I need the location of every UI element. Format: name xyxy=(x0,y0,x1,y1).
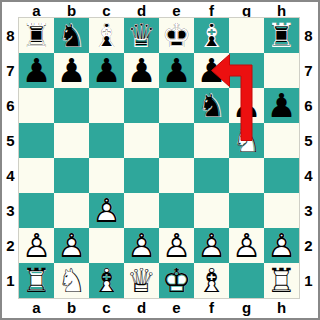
square-b8[interactable]: ♞♘ xyxy=(54,18,89,53)
square-a5[interactable] xyxy=(19,123,54,158)
piece-glyph-fill: ♜ xyxy=(19,18,54,53)
piece-glyph-outline: ♘ xyxy=(54,263,89,298)
piece-glyph-fill: ♜ xyxy=(264,18,299,53)
rank-labels-left: 87654321 xyxy=(2,18,19,298)
file-label-h: h xyxy=(264,299,299,318)
rank-label-3: 3 xyxy=(2,193,19,228)
rank-label-7: 7 xyxy=(2,53,19,88)
file-label-a: a xyxy=(19,299,54,318)
piece-white-king[interactable]: ♚♔ xyxy=(159,263,194,298)
square-h1[interactable]: ♜♖ xyxy=(264,263,299,298)
piece-white-knight[interactable]: ♞♘ xyxy=(54,263,89,298)
rank-label-8: 8 xyxy=(2,18,19,53)
piece-black-pawn[interactable]: ♟ xyxy=(229,88,264,123)
piece-glyph-outline: ♙ xyxy=(54,228,89,263)
square-c6[interactable] xyxy=(89,88,124,123)
file-label-d: d xyxy=(124,2,159,18)
piece-glyph-fill: ♟ xyxy=(229,228,264,263)
square-e4[interactable] xyxy=(159,158,194,193)
square-c4[interactable] xyxy=(89,158,124,193)
rank-label-6: 6 xyxy=(299,88,318,123)
piece-white-pawn[interactable]: ♟♙ xyxy=(54,228,89,263)
square-h5[interactable] xyxy=(264,123,299,158)
chess-board: ♜♖♞♘♝♗♛♕♚♔♝♗♜♖♟♟♟♟♟♟♞♘♟♟♞♘♟♙♟♙♟♙♟♙♟♙♟♙♟♙… xyxy=(18,17,300,299)
rank-label-5: 5 xyxy=(2,123,19,158)
square-a7[interactable]: ♟ xyxy=(19,53,54,88)
piece-black-knight[interactable]: ♞♘ xyxy=(54,18,89,53)
square-h8[interactable]: ♜♖ xyxy=(264,18,299,53)
piece-black-pawn[interactable]: ♟ xyxy=(89,53,124,88)
piece-glyph-outline: ♘ xyxy=(229,123,264,158)
piece-glyph-outline: ♖ xyxy=(19,263,54,298)
piece-glyph-fill: ♞ xyxy=(194,88,229,123)
square-c1[interactable]: ♝♗ xyxy=(89,263,124,298)
square-e8[interactable]: ♚♔ xyxy=(159,18,194,53)
piece-glyph-fill: ♟ xyxy=(89,53,124,88)
rank-label-4: 4 xyxy=(2,158,19,193)
square-g1[interactable] xyxy=(229,263,264,298)
square-h2[interactable]: ♟♙ xyxy=(264,228,299,263)
square-b3[interactable] xyxy=(54,193,89,228)
piece-glyph-outline: ♙ xyxy=(89,193,124,228)
piece-glyph-fill: ♝ xyxy=(89,263,124,298)
square-a2[interactable]: ♟♙ xyxy=(19,228,54,263)
square-h4[interactable] xyxy=(264,158,299,193)
piece-glyph-outline: ♖ xyxy=(264,18,299,53)
piece-glyph-fill: ♟ xyxy=(264,228,299,263)
piece-glyph-fill: ♟ xyxy=(124,53,159,88)
piece-glyph-outline: ♙ xyxy=(229,228,264,263)
square-g3[interactable] xyxy=(229,193,264,228)
square-c2[interactable] xyxy=(89,228,124,263)
piece-black-rook[interactable]: ♜♖ xyxy=(19,18,54,53)
rank-label-7: 7 xyxy=(299,53,318,88)
rank-label-8: 8 xyxy=(299,18,318,53)
piece-glyph-outline: ♗ xyxy=(194,18,229,53)
piece-glyph-fill: ♟ xyxy=(159,53,194,88)
file-label-d: d xyxy=(124,299,159,318)
rank-label-3: 3 xyxy=(299,193,318,228)
piece-glyph-fill: ♟ xyxy=(194,228,229,263)
piece-glyph-outline: ♙ xyxy=(159,228,194,263)
piece-white-pawn[interactable]: ♟♙ xyxy=(19,228,54,263)
piece-black-pawn[interactable]: ♟ xyxy=(264,88,299,123)
piece-glyph-fill: ♟ xyxy=(229,88,264,123)
piece-glyph-outline: ♖ xyxy=(19,18,54,53)
square-e5[interactable] xyxy=(159,123,194,158)
piece-black-king[interactable]: ♚♔ xyxy=(159,18,194,53)
piece-glyph-outline: ♗ xyxy=(89,263,124,298)
piece-glyph-fill: ♟ xyxy=(194,53,229,88)
rank-label-1: 1 xyxy=(2,263,19,298)
file-labels-top: abcdefgh xyxy=(19,2,299,18)
piece-glyph-outline: ♘ xyxy=(194,88,229,123)
piece-white-rook[interactable]: ♜♖ xyxy=(19,263,54,298)
piece-white-knight[interactable]: ♞♘ xyxy=(229,123,264,158)
piece-white-pawn[interactable]: ♟♙ xyxy=(229,228,264,263)
piece-black-queen[interactable]: ♛♕ xyxy=(124,18,159,53)
piece-white-rook[interactable]: ♜♖ xyxy=(264,263,299,298)
square-e6[interactable] xyxy=(159,88,194,123)
rank-label-5: 5 xyxy=(299,123,318,158)
square-d7[interactable]: ♟ xyxy=(124,53,159,88)
square-a1[interactable]: ♜♖ xyxy=(19,263,54,298)
piece-glyph-outline: ♔ xyxy=(159,18,194,53)
piece-glyph-fill: ♜ xyxy=(264,263,299,298)
square-c7[interactable]: ♟ xyxy=(89,53,124,88)
file-label-c: c xyxy=(89,2,124,18)
piece-glyph-outline: ♘ xyxy=(54,18,89,53)
square-b2[interactable]: ♟♙ xyxy=(54,228,89,263)
square-g7[interactable] xyxy=(229,53,264,88)
rank-label-4: 4 xyxy=(299,158,318,193)
piece-glyph-outline: ♙ xyxy=(124,228,159,263)
piece-white-pawn[interactable]: ♟♙ xyxy=(89,193,124,228)
file-label-c: c xyxy=(89,299,124,318)
square-b1[interactable]: ♞♘ xyxy=(54,263,89,298)
square-g5[interactable]: ♞♘ xyxy=(229,123,264,158)
piece-glyph-fill: ♟ xyxy=(54,53,89,88)
square-e2[interactable]: ♟♙ xyxy=(159,228,194,263)
file-label-g: g xyxy=(229,299,264,318)
piece-glyph-fill: ♞ xyxy=(229,123,264,158)
square-b5[interactable] xyxy=(54,123,89,158)
piece-glyph-fill: ♚ xyxy=(159,18,194,53)
piece-glyph-fill: ♝ xyxy=(89,18,124,53)
file-label-b: b xyxy=(54,299,89,318)
square-f8[interactable]: ♝♗ xyxy=(194,18,229,53)
piece-glyph-fill: ♝ xyxy=(194,18,229,53)
square-f5[interactable] xyxy=(194,123,229,158)
piece-glyph-fill: ♛ xyxy=(124,18,159,53)
piece-glyph-fill: ♝ xyxy=(194,263,229,298)
square-b7[interactable]: ♟ xyxy=(54,53,89,88)
square-g6[interactable]: ♟ xyxy=(229,88,264,123)
piece-glyph-outline: ♙ xyxy=(19,228,54,263)
rank-label-1: 1 xyxy=(299,263,318,298)
piece-black-pawn[interactable]: ♟ xyxy=(54,53,89,88)
file-label-e: e xyxy=(159,2,194,18)
square-f3[interactable] xyxy=(194,193,229,228)
file-label-e: e xyxy=(159,299,194,318)
piece-glyph-fill: ♚ xyxy=(159,263,194,298)
piece-black-bishop[interactable]: ♝♗ xyxy=(194,18,229,53)
piece-glyph-outline: ♗ xyxy=(194,263,229,298)
piece-black-pawn[interactable]: ♟ xyxy=(159,53,194,88)
piece-glyph-outline: ♔ xyxy=(159,263,194,298)
piece-black-pawn[interactable]: ♟ xyxy=(124,53,159,88)
piece-glyph-outline: ♕ xyxy=(124,263,159,298)
square-f1[interactable]: ♝♗ xyxy=(194,263,229,298)
piece-glyph-fill: ♟ xyxy=(19,228,54,263)
piece-white-bishop[interactable]: ♝♗ xyxy=(194,263,229,298)
piece-glyph-fill: ♟ xyxy=(54,228,89,263)
piece-white-pawn[interactable]: ♟♙ xyxy=(159,228,194,263)
square-d2[interactable]: ♟♙ xyxy=(124,228,159,263)
chess-board-frame: abcdefgh abcdefgh 87654321 87654321 ♜♖♞♘… xyxy=(0,0,320,320)
file-label-f: f xyxy=(194,2,229,18)
piece-glyph-fill: ♛ xyxy=(124,263,159,298)
piece-glyph-fill: ♟ xyxy=(124,228,159,263)
square-b4[interactable] xyxy=(54,158,89,193)
square-h6[interactable]: ♟ xyxy=(264,88,299,123)
square-d1[interactable]: ♛♕ xyxy=(124,263,159,298)
piece-black-rook[interactable]: ♜♖ xyxy=(264,18,299,53)
piece-glyph-fill: ♟ xyxy=(159,228,194,263)
piece-glyph-outline: ♖ xyxy=(264,263,299,298)
file-label-f: f xyxy=(194,299,229,318)
piece-glyph-fill: ♟ xyxy=(19,53,54,88)
rank-label-2: 2 xyxy=(2,228,19,263)
piece-glyph-fill: ♟ xyxy=(264,88,299,123)
piece-glyph-outline: ♕ xyxy=(124,18,159,53)
piece-black-bishop[interactable]: ♝♗ xyxy=(89,18,124,53)
piece-glyph-fill: ♟ xyxy=(89,193,124,228)
square-e7[interactable]: ♟ xyxy=(159,53,194,88)
square-f6[interactable]: ♞♘ xyxy=(194,88,229,123)
square-a6[interactable] xyxy=(19,88,54,123)
piece-white-pawn[interactable]: ♟♙ xyxy=(124,228,159,263)
rank-label-2: 2 xyxy=(299,228,318,263)
piece-black-knight[interactable]: ♞♘ xyxy=(194,88,229,123)
file-labels-bottom: abcdefgh xyxy=(19,299,299,318)
piece-glyph-fill: ♞ xyxy=(54,18,89,53)
square-d3[interactable] xyxy=(124,193,159,228)
piece-glyph-outline: ♙ xyxy=(194,228,229,263)
rank-label-6: 6 xyxy=(2,88,19,123)
rank-labels-right: 87654321 xyxy=(299,18,318,298)
square-c5[interactable] xyxy=(89,123,124,158)
square-f4[interactable] xyxy=(194,158,229,193)
square-c8[interactable]: ♝♗ xyxy=(89,18,124,53)
piece-white-queen[interactable]: ♛♕ xyxy=(124,263,159,298)
square-f2[interactable]: ♟♙ xyxy=(194,228,229,263)
square-g8[interactable] xyxy=(229,18,264,53)
piece-black-pawn[interactable]: ♟ xyxy=(194,53,229,88)
square-e1[interactable]: ♚♔ xyxy=(159,263,194,298)
piece-glyph-outline: ♙ xyxy=(264,228,299,263)
piece-white-pawn[interactable]: ♟♙ xyxy=(194,228,229,263)
square-g4[interactable] xyxy=(229,158,264,193)
piece-white-pawn[interactable]: ♟♙ xyxy=(264,228,299,263)
square-f7[interactable]: ♟ xyxy=(194,53,229,88)
square-h3[interactable] xyxy=(264,193,299,228)
file-label-h: h xyxy=(264,2,299,18)
file-label-b: b xyxy=(54,2,89,18)
square-d4[interactable] xyxy=(124,158,159,193)
square-b6[interactable] xyxy=(54,88,89,123)
square-a4[interactable] xyxy=(19,158,54,193)
square-e3[interactable] xyxy=(159,193,194,228)
square-d5[interactable] xyxy=(124,123,159,158)
square-d6[interactable] xyxy=(124,88,159,123)
square-h7[interactable] xyxy=(264,53,299,88)
piece-white-bishop[interactable]: ♝♗ xyxy=(89,263,124,298)
square-g2[interactable]: ♟♙ xyxy=(229,228,264,263)
piece-glyph-fill: ♜ xyxy=(19,263,54,298)
piece-glyph-outline: ♗ xyxy=(89,18,124,53)
square-a3[interactable] xyxy=(19,193,54,228)
piece-black-pawn[interactable]: ♟ xyxy=(19,53,54,88)
piece-glyph-fill: ♞ xyxy=(54,263,89,298)
square-a8[interactable]: ♜♖ xyxy=(19,18,54,53)
file-label-a: a xyxy=(19,2,54,18)
square-d8[interactable]: ♛♕ xyxy=(124,18,159,53)
file-label-g: g xyxy=(229,2,264,18)
square-c3[interactable]: ♟♙ xyxy=(89,193,124,228)
